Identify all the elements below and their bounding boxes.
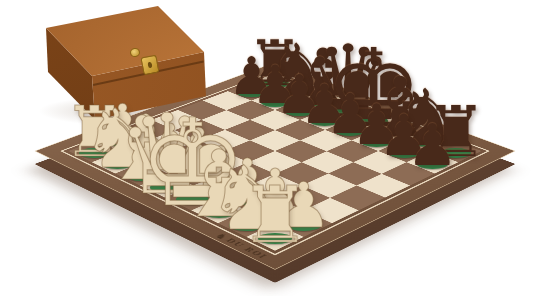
brass-clasp-icon [140, 55, 159, 76]
box-lid-seam [93, 61, 204, 86]
box-brass-emblem [129, 47, 141, 58]
chess-board: ♞ DU ROI [35, 62, 516, 270]
chess-set-photo: ♞ DU ROI ♜♞♝♛♚♝♞♜♟♟♟♟♟♟♟♟♟♟♟♟♟♟♟♟♜♞♝♛♚♝♞… [0, 0, 533, 296]
board-frame: ♞ DU ROI [35, 62, 516, 270]
